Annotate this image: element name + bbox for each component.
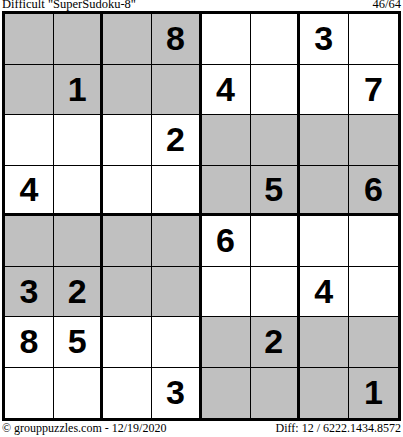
empty-count: 46/64: [373, 0, 401, 11]
cell-r8c4-given[interactable]: 3: [152, 368, 201, 419]
cell-r1c8-empty[interactable]: [349, 14, 398, 65]
cell-r4c2-empty[interactable]: [54, 166, 103, 217]
cell-r3c6-empty[interactable]: [251, 115, 300, 166]
footer: © grouppuzzles.com - 12/19/2020 Diff: 12…: [2, 421, 401, 436]
cell-r7c5-empty[interactable]: [202, 317, 251, 368]
cell-r4c6-given[interactable]: 5: [251, 166, 300, 217]
cell-r2c3-empty[interactable]: [103, 65, 152, 116]
cell-r5c3-empty[interactable]: [103, 216, 152, 267]
cell-r4c8-given[interactable]: 6: [349, 166, 398, 217]
puzzle-page: Difficult "SuperSudoku-8" 46/64 83147245…: [0, 0, 403, 437]
cell-r7c3-empty[interactable]: [103, 317, 152, 368]
cell-r3c5-empty[interactable]: [202, 115, 251, 166]
cell-r6c7-given[interactable]: 4: [300, 267, 349, 318]
difficulty-text: Diff: 12 / 6222.1434.8572: [276, 421, 401, 436]
copyright-text: © grouppuzzles.com - 12/19/2020: [2, 421, 166, 436]
cell-r7c8-empty[interactable]: [349, 317, 398, 368]
cell-r3c7-empty[interactable]: [300, 115, 349, 166]
cell-r2c4-empty[interactable]: [152, 65, 201, 116]
cell-r3c2-empty[interactable]: [54, 115, 103, 166]
cell-r4c1-given[interactable]: 4: [5, 166, 54, 217]
cell-r6c5-empty[interactable]: [202, 267, 251, 318]
cell-r5c8-empty[interactable]: [349, 216, 398, 267]
cell-r1c7-given[interactable]: 3: [300, 14, 349, 65]
cell-r6c4-empty[interactable]: [152, 267, 201, 318]
cell-r6c3-empty[interactable]: [103, 267, 152, 318]
cell-r2c1-empty[interactable]: [5, 65, 54, 116]
cell-r8c2-empty[interactable]: [54, 368, 103, 419]
cell-r7c2-given[interactable]: 5: [54, 317, 103, 368]
cell-r5c1-empty[interactable]: [5, 216, 54, 267]
puzzle-title: Difficult "SuperSudoku-8": [2, 0, 136, 11]
cell-r1c5-empty[interactable]: [202, 14, 251, 65]
cell-r1c1-empty[interactable]: [5, 14, 54, 65]
cell-r2c8-given[interactable]: 7: [349, 65, 398, 116]
cell-r8c7-empty[interactable]: [300, 368, 349, 419]
cell-r8c6-empty[interactable]: [251, 368, 300, 419]
cell-r4c5-empty[interactable]: [202, 166, 251, 217]
cell-r2c2-given[interactable]: 1: [54, 65, 103, 116]
cell-r5c2-empty[interactable]: [54, 216, 103, 267]
cell-r5c5-given[interactable]: 6: [202, 216, 251, 267]
cell-r6c6-empty[interactable]: [251, 267, 300, 318]
cell-r1c3-empty[interactable]: [103, 14, 152, 65]
cell-r5c6-empty[interactable]: [251, 216, 300, 267]
cell-r5c7-empty[interactable]: [300, 216, 349, 267]
cell-r6c1-given[interactable]: 3: [5, 267, 54, 318]
cell-r2c7-empty[interactable]: [300, 65, 349, 116]
cell-r3c1-empty[interactable]: [5, 115, 54, 166]
cell-r1c4-given[interactable]: 8: [152, 14, 201, 65]
cell-r7c1-given[interactable]: 8: [5, 317, 54, 368]
cell-r1c6-empty[interactable]: [251, 14, 300, 65]
cell-r6c2-given[interactable]: 2: [54, 267, 103, 318]
cell-r7c4-empty[interactable]: [152, 317, 201, 368]
cell-r7c7-empty[interactable]: [300, 317, 349, 368]
cell-r3c3-empty[interactable]: [103, 115, 152, 166]
cell-r2c5-given[interactable]: 4: [202, 65, 251, 116]
sudoku-board: 831472456632485231: [2, 11, 401, 421]
cell-r8c5-empty[interactable]: [202, 368, 251, 419]
cell-r8c3-empty[interactable]: [103, 368, 152, 419]
cell-r4c3-empty[interactable]: [103, 166, 152, 217]
cell-r3c8-empty[interactable]: [349, 115, 398, 166]
cell-r5c4-empty[interactable]: [152, 216, 201, 267]
cell-r4c4-empty[interactable]: [152, 166, 201, 217]
header: Difficult "SuperSudoku-8" 46/64: [2, 0, 401, 11]
cell-r2c6-empty[interactable]: [251, 65, 300, 116]
cell-r4c7-empty[interactable]: [300, 166, 349, 217]
cell-r1c2-empty[interactable]: [54, 14, 103, 65]
cell-r7c6-given[interactable]: 2: [251, 317, 300, 368]
cell-r8c8-given[interactable]: 1: [349, 368, 398, 419]
cell-r3c4-given[interactable]: 2: [152, 115, 201, 166]
cell-r8c1-empty[interactable]: [5, 368, 54, 419]
cell-r6c8-empty[interactable]: [349, 267, 398, 318]
